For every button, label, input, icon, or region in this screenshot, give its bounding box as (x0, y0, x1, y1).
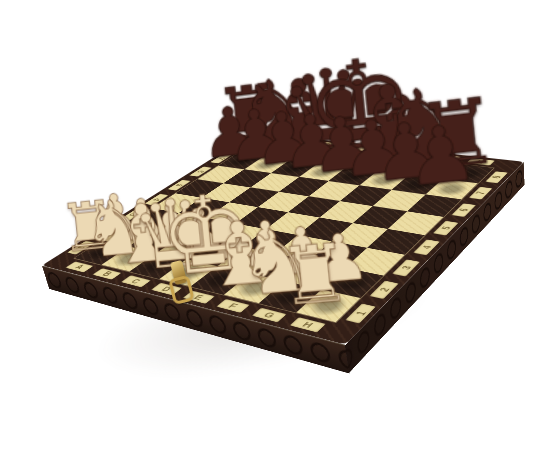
dark-pawn-h7[interactable]: ♟ (379, 110, 504, 201)
chess-board: ♜♞♝♛♚♝♞♜♟♟♟♟♟♟♟♟♟♟♟♟♟♟♟♟♜♞♝♛♚♝♞♜ AA11BB2… (42, 133, 524, 345)
clasp-hook-icon (168, 275, 195, 305)
file-label-near-h: H (290, 317, 326, 332)
scene: ♜♞♝♛♚♝♞♜♟♟♟♟♟♟♟♟♟♟♟♟♟♟♟♟♜♞♝♛♚♝♞♜ AA11BB2… (0, 0, 550, 450)
board-tilt-wrapper: ♜♞♝♛♚♝♞♜♟♟♟♟♟♟♟♟♟♟♟♟♟♟♟♟♜♞♝♛♚♝♞♜ AA11BB2… (0, 0, 550, 450)
white-rook-h1[interactable]: ♜ (262, 230, 369, 318)
